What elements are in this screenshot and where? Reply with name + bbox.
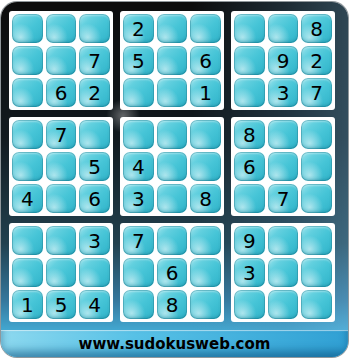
cell-r3c4[interactable]	[123, 78, 154, 107]
puzzle-card: 7622561892377546438867315476893 www.sudo…	[1, 2, 348, 357]
cell-r7c8[interactable]	[268, 226, 299, 255]
cell-r8c6[interactable]	[190, 258, 221, 287]
cell-r8c2[interactable]	[46, 258, 77, 287]
cell-r1c6[interactable]	[190, 14, 221, 43]
cell-r1c2[interactable]	[46, 14, 77, 43]
cell-r5c4[interactable]: 4	[123, 152, 154, 181]
cell-r5c1[interactable]	[12, 152, 43, 181]
cell-r8c9[interactable]	[301, 258, 332, 287]
cell-r9c8[interactable]	[268, 290, 299, 319]
cell-r9c5[interactable]: 8	[157, 290, 188, 319]
cell-r7c9[interactable]	[301, 226, 332, 255]
cell-r2c9[interactable]: 2	[301, 46, 332, 75]
cell-r4c3[interactable]	[79, 120, 110, 149]
cell-r6c3[interactable]: 6	[79, 184, 110, 213]
cell-r6c6[interactable]: 8	[190, 184, 221, 213]
cell-r4c6[interactable]	[190, 120, 221, 149]
cell-r7c7[interactable]: 9	[234, 226, 265, 255]
cell-r2c7[interactable]	[234, 46, 265, 75]
box-6: 867	[231, 117, 335, 216]
cell-r3c8[interactable]: 3	[268, 78, 299, 107]
cell-r4c7[interactable]: 8	[234, 120, 265, 149]
cell-r5c8[interactable]	[268, 152, 299, 181]
cell-r1c9[interactable]: 8	[301, 14, 332, 43]
cell-r4c1[interactable]	[12, 120, 43, 149]
cell-r5c2[interactable]	[46, 152, 77, 181]
cell-r4c4[interactable]	[123, 120, 154, 149]
cell-r6c9[interactable]	[301, 184, 332, 213]
site-link[interactable]: www.sudokusweb.com	[79, 335, 271, 353]
cell-r6c1[interactable]: 4	[12, 184, 43, 213]
box-8: 768	[120, 223, 224, 322]
box-9: 93	[231, 223, 335, 322]
box-1: 762	[9, 11, 113, 110]
cell-r5c3[interactable]: 5	[79, 152, 110, 181]
cell-r3c2[interactable]: 6	[46, 78, 77, 107]
cell-r4c9[interactable]	[301, 120, 332, 149]
cell-r3c6[interactable]: 1	[190, 78, 221, 107]
cell-r1c4[interactable]: 2	[123, 14, 154, 43]
cell-r3c9[interactable]: 7	[301, 78, 332, 107]
cell-r9c9[interactable]	[301, 290, 332, 319]
cell-r4c8[interactable]	[268, 120, 299, 149]
cell-r1c8[interactable]	[268, 14, 299, 43]
cell-r1c7[interactable]	[234, 14, 265, 43]
box-3: 89237	[231, 11, 335, 110]
cell-r8c7[interactable]: 3	[234, 258, 265, 287]
box-7: 3154	[9, 223, 113, 322]
cell-r2c5[interactable]	[157, 46, 188, 75]
cell-r8c5[interactable]: 6	[157, 258, 188, 287]
cell-r7c5[interactable]	[157, 226, 188, 255]
cell-r9c7[interactable]	[234, 290, 265, 319]
cell-r9c2[interactable]: 5	[46, 290, 77, 319]
cell-r1c3[interactable]	[79, 14, 110, 43]
cell-r7c2[interactable]	[46, 226, 77, 255]
cell-r2c1[interactable]	[12, 46, 43, 75]
cell-r2c6[interactable]: 6	[190, 46, 221, 75]
cell-r5c6[interactable]	[190, 152, 221, 181]
cell-r3c7[interactable]	[234, 78, 265, 107]
cell-r5c5[interactable]	[157, 152, 188, 181]
cell-r3c5[interactable]	[157, 78, 188, 107]
cell-r6c5[interactable]	[157, 184, 188, 213]
cell-r2c4[interactable]: 5	[123, 46, 154, 75]
cell-r3c1[interactable]	[12, 78, 43, 107]
sudoku-board: 7622561892377546438867315476893	[9, 11, 335, 322]
cell-r2c2[interactable]	[46, 46, 77, 75]
sudoku-page: 7622561892377546438867315476893 www.sudo…	[0, 0, 350, 360]
cell-r4c5[interactable]	[157, 120, 188, 149]
cell-r9c4[interactable]	[123, 290, 154, 319]
cell-r2c3[interactable]: 7	[79, 46, 110, 75]
cell-r8c8[interactable]	[268, 258, 299, 287]
cell-r7c1[interactable]	[12, 226, 43, 255]
cell-r9c3[interactable]: 4	[79, 290, 110, 319]
cell-r5c7[interactable]: 6	[234, 152, 265, 181]
cell-r9c1[interactable]: 1	[12, 290, 43, 319]
cell-r7c6[interactable]	[190, 226, 221, 255]
cell-r8c1[interactable]	[12, 258, 43, 287]
cell-r1c1[interactable]	[12, 14, 43, 43]
cell-r8c3[interactable]	[79, 258, 110, 287]
cell-r7c4[interactable]: 7	[123, 226, 154, 255]
cell-r6c7[interactable]	[234, 184, 265, 213]
cell-r9c6[interactable]	[190, 290, 221, 319]
box-2: 2561	[120, 11, 224, 110]
cell-r4c2[interactable]: 7	[46, 120, 77, 149]
cell-r5c9[interactable]	[301, 152, 332, 181]
cell-r6c2[interactable]	[46, 184, 77, 213]
box-4: 7546	[9, 117, 113, 216]
cell-r6c4[interactable]: 3	[123, 184, 154, 213]
cell-r1c5[interactable]	[157, 14, 188, 43]
cell-r8c4[interactable]	[123, 258, 154, 287]
cell-r2c8[interactable]: 9	[268, 46, 299, 75]
footer-bar: www.sudokusweb.com	[1, 330, 348, 357]
box-5: 438	[120, 117, 224, 216]
cell-r6c8[interactable]: 7	[268, 184, 299, 213]
cell-r7c3[interactable]: 3	[79, 226, 110, 255]
cell-r3c3[interactable]: 2	[79, 78, 110, 107]
